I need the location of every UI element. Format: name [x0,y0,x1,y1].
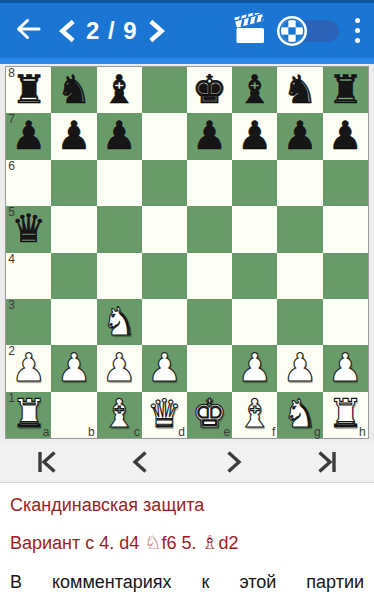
square-a5[interactable]: 5♛ [6,206,51,252]
square-f5[interactable] [232,206,277,252]
square-d6[interactable] [142,160,187,206]
file-label-b: b [88,426,95,438]
piece-white-rook[interactable]: ♜ [11,394,46,433]
square-g7[interactable]: ♟ [277,113,322,159]
square-e7[interactable]: ♟ [187,113,232,159]
piece-white-pawn[interactable]: ♟ [237,348,272,387]
square-f2[interactable]: ♟ [232,345,277,391]
piece-white-bishop[interactable]: ♝ [237,394,272,433]
square-h8[interactable]: ♜ [323,67,368,113]
square-b2[interactable]: ♟ [51,345,96,391]
square-d3[interactable] [142,299,187,345]
square-h1[interactable]: h♜ [323,392,368,438]
board-style-toggle[interactable] [279,20,339,42]
piece-white-pawn[interactable]: ♟ [11,348,46,387]
square-h3[interactable] [323,299,368,345]
square-c7[interactable]: ♟ [97,113,142,159]
piece-black-rook[interactable]: ♜ [328,70,363,109]
position-counter-group: 2 / 9 [58,17,166,45]
square-c6[interactable] [97,160,142,206]
piece-white-knight[interactable]: ♞ [282,394,317,433]
square-g4[interactable] [277,253,322,299]
clapperboard-icon[interactable] [233,13,271,49]
skip-to-start-icon [33,449,61,475]
skip-to-end-button[interactable] [302,447,352,477]
position-counter: 2 / 9 [86,17,138,45]
square-b7[interactable]: ♟ [51,113,96,159]
square-h2[interactable]: ♟ [323,345,368,391]
square-g8[interactable]: ♞ [277,67,322,113]
knight-figurine: ♘ [144,531,161,553]
piece-black-queen[interactable]: ♛ [11,209,46,248]
square-f1[interactable]: f♝ [232,392,277,438]
square-f4[interactable] [232,253,277,299]
square-b5[interactable] [51,206,96,252]
commentary-text: В комментариях к этой партии [10,572,364,592]
square-d1[interactable]: d♛ [142,392,187,438]
opening-title: Скандинавская защита [10,495,364,516]
square-e1[interactable]: e♚ [187,392,232,438]
header-actions [233,13,374,49]
square-h4[interactable] [323,253,368,299]
square-a8[interactable]: 8♜ [6,67,51,113]
square-g1[interactable]: g♞ [277,392,322,438]
square-a6[interactable]: 6 [6,160,51,206]
square-c5[interactable] [97,206,142,252]
square-a7[interactable]: 7♟ [6,113,51,159]
square-d5[interactable] [142,206,187,252]
square-a4[interactable]: 4 [6,253,51,299]
square-d7[interactable] [142,113,187,159]
app-screen: 2 / 9 [0,0,374,592]
square-h7[interactable]: ♟ [323,113,368,159]
piece-black-pawn[interactable]: ♟ [102,116,137,155]
square-h5[interactable] [323,206,368,252]
piece-white-pawn[interactable]: ♟ [102,348,137,387]
app-header: 2 / 9 [0,0,374,64]
rank-label-6: 6 [8,160,15,173]
piece-white-pawn[interactable]: ♟ [328,348,363,387]
square-f7[interactable]: ♟ [232,113,277,159]
piece-black-king[interactable]: ♚ [192,70,227,109]
piece-white-rook[interactable]: ♜ [328,394,363,433]
square-c8[interactable]: ♝ [97,67,142,113]
square-b6[interactable] [51,160,96,206]
square-b1[interactable]: b [51,392,96,438]
square-g6[interactable] [277,160,322,206]
piece-white-king[interactable]: ♚ [192,394,227,433]
piece-black-bishop[interactable]: ♝ [102,70,137,109]
back-arrow-icon [14,15,42,47]
rank-label-3: 3 [8,299,15,312]
piece-black-pawn[interactable]: ♟ [237,116,272,155]
bishop-figurine: ♗ [201,531,218,553]
square-d4[interactable] [142,253,187,299]
overflow-menu-icon[interactable] [355,18,360,43]
square-e3[interactable] [187,299,232,345]
square-f3[interactable] [232,299,277,345]
piece-black-pawn[interactable]: ♟ [11,116,46,155]
square-a1[interactable]: 1a♜ [6,392,51,438]
skip-to-start-button[interactable] [22,447,72,477]
skip-to-end-icon [313,449,341,475]
step-back-icon [129,449,151,475]
square-f8[interactable]: ♝ [232,67,277,113]
checkered-knob-icon [275,14,309,52]
rank-label-4: 4 [8,253,15,266]
move-navigation-bar [0,441,374,483]
piece-black-knight[interactable]: ♞ [282,70,317,109]
square-b4[interactable] [51,253,96,299]
chevron-right-icon[interactable] [147,18,166,44]
piece-white-knight[interactable]: ♞ [102,302,137,341]
square-e8[interactable]: ♚ [187,67,232,113]
square-e2[interactable] [187,345,232,391]
back-button[interactable] [8,15,48,47]
square-h6[interactable] [323,160,368,206]
square-c4[interactable] [97,253,142,299]
square-b8[interactable]: ♞ [51,67,96,113]
step-forward-button[interactable] [209,447,259,477]
piece-black-knight[interactable]: ♞ [57,70,92,109]
piece-black-pawn[interactable]: ♟ [57,116,92,155]
square-c1[interactable]: c♝ [97,392,142,438]
square-d2[interactable]: ♟ [142,345,187,391]
square-g5[interactable] [277,206,322,252]
piece-white-pawn[interactable]: ♟ [147,348,182,387]
square-e5[interactable] [187,206,232,252]
variant-line: Вариант с 4. d4 ♘f6 5. ♗d2 [10,531,364,554]
square-a3[interactable]: 3 [6,299,51,345]
square-g3[interactable] [277,299,322,345]
piece-white-queen[interactable]: ♛ [147,394,182,433]
square-e6[interactable] [187,160,232,206]
piece-black-rook[interactable]: ♜ [11,70,46,109]
piece-white-pawn[interactable]: ♟ [57,348,92,387]
square-g2[interactable]: ♟ [277,345,322,391]
piece-white-bishop[interactable]: ♝ [102,394,137,433]
piece-white-pawn[interactable]: ♟ [282,348,317,387]
square-c2[interactable]: ♟ [97,345,142,391]
file-label-f: f [272,426,275,438]
lesson-notes: Скандинавская защита Вариант с 4. d4 ♘f6… [0,483,374,592]
piece-black-pawn[interactable]: ♟ [282,116,317,155]
step-back-button[interactable] [115,447,165,477]
square-c3[interactable]: ♞ [97,299,142,345]
square-e4[interactable] [187,253,232,299]
piece-black-bishop[interactable]: ♝ [237,70,272,109]
board-area: 8♜♞♝♚♝♞♜7♟♟♟♟♟♟♟65♛43♞2♟♟♟♟♟♟♟1a♜bc♝d♛e♚… [0,64,374,441]
piece-black-pawn[interactable]: ♟ [328,116,363,155]
piece-black-pawn[interactable]: ♟ [192,116,227,155]
chess-board: 8♜♞♝♚♝♞♜7♟♟♟♟♟♟♟65♛43♞2♟♟♟♟♟♟♟1a♜bc♝d♛e♚… [5,66,369,439]
step-forward-icon [223,449,245,475]
square-f6[interactable] [232,160,277,206]
chevron-left-icon[interactable] [58,18,77,44]
square-b3[interactable] [51,299,96,345]
square-d8[interactable] [142,67,187,113]
square-a2[interactable]: 2♟ [6,345,51,391]
